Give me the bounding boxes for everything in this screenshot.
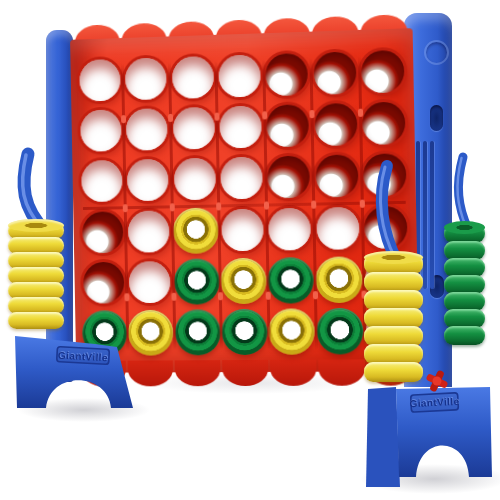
green-ring (221, 309, 268, 355)
floor-shadow (360, 464, 500, 494)
cell-r5c3 (173, 256, 221, 308)
empty-hole (314, 103, 357, 146)
cell-r4c4 (218, 204, 266, 256)
brand-emboss-right-highlight: GiantVille (410, 395, 460, 409)
cell-r5c2 (126, 256, 173, 307)
empty-hole (219, 105, 262, 148)
left-rear-post (46, 30, 73, 382)
board-edge-scallop (128, 360, 174, 386)
post-groove (430, 141, 434, 289)
green-stacked-ring (444, 326, 485, 345)
board-edge-scallop (175, 360, 221, 386)
cell-r4c3 (172, 204, 220, 256)
yellow-ring (268, 309, 315, 356)
empty-hole (221, 208, 264, 251)
cell-r6c2 (127, 307, 174, 358)
empty-hole (125, 57, 167, 100)
empty-hole (267, 156, 310, 199)
cell-r2c5 (264, 99, 313, 152)
cell-r2c1 (77, 105, 124, 157)
board-edge-scallop (270, 360, 317, 386)
post-groove (423, 141, 427, 289)
cell-r3c4 (217, 152, 265, 204)
board-edge-scallop (81, 361, 126, 387)
yellow-ring (128, 310, 174, 356)
cell-r6c5 (268, 306, 317, 358)
green-ring (82, 310, 128, 356)
yellow-ring (315, 256, 362, 303)
cell-r4c5 (266, 203, 315, 255)
cell-r3c3 (171, 153, 219, 205)
empty-hole (83, 262, 125, 304)
empty-hole (127, 159, 169, 202)
cell-r6c1 (81, 308, 128, 359)
post-oval-hole-top (430, 105, 443, 131)
empty-hole (80, 109, 122, 152)
empty-hole (315, 155, 358, 198)
stack-top-ring-face (444, 221, 485, 234)
cell-r1c1 (76, 54, 123, 106)
empty-hole (81, 160, 123, 202)
cell-r2c6 (311, 98, 360, 151)
empty-hole (361, 49, 405, 93)
cell-r2c7 (359, 97, 408, 150)
brand-plate-right (411, 393, 459, 412)
empty-hole (266, 53, 309, 96)
floor-shadow (18, 398, 150, 422)
yellow-stacked-ring (364, 362, 423, 382)
empty-hole (172, 107, 214, 150)
empty-hole (129, 261, 171, 303)
empty-hole (362, 101, 406, 145)
empty-hole (79, 59, 121, 102)
empty-hole (313, 51, 356, 95)
cell-r5c4 (219, 255, 267, 307)
green-ring (267, 257, 314, 304)
green-ring (173, 258, 219, 304)
ring-hook-rod-right-outer (458, 157, 468, 229)
green-ring (174, 310, 220, 356)
empty-hole (267, 104, 310, 147)
cell-r5c1 (80, 257, 127, 308)
cell-r1c2 (122, 52, 169, 104)
cell-r2c3 (170, 102, 218, 154)
stack-top-ring-face (8, 219, 64, 232)
cell-r3c7 (360, 149, 409, 202)
empty-hole (316, 206, 359, 249)
cell-r4c2 (125, 205, 172, 257)
post-circle-emboss (424, 40, 449, 65)
brand-emboss-right: GiantVille (409, 396, 459, 410)
product-photo-connect-four: GiantVille GiantVille GiantVille GiantVi… (0, 0, 500, 500)
empty-hole (363, 153, 407, 196)
cell-r1c3 (169, 51, 217, 104)
cell-r6c4 (220, 306, 268, 358)
yellow-stacked-ring (364, 308, 423, 328)
cell-r1c4 (216, 49, 264, 102)
yellow-ring (220, 258, 267, 305)
empty-hole (220, 157, 263, 200)
cell-r2c4 (216, 101, 264, 154)
cell-r5c6 (314, 254, 363, 306)
cell-r2c2 (123, 103, 170, 155)
cell-r6c6 (315, 305, 364, 357)
board-edge-scallop (318, 359, 365, 385)
yellow-stacked-ring (364, 326, 423, 346)
cell-r1c5 (263, 48, 312, 101)
yellow-stacked-ring (364, 272, 423, 292)
cell-r3c2 (124, 154, 171, 206)
stack-top-ring-face (364, 251, 423, 264)
cell-r4c1 (79, 206, 126, 257)
right-outer-stack (444, 221, 485, 345)
cell-r1c6 (310, 46, 359, 99)
board-grid (76, 45, 413, 359)
yellow-stacked-ring (8, 312, 64, 329)
green-ring (316, 308, 363, 355)
cell-r4c6 (313, 202, 362, 255)
empty-hole (364, 206, 408, 249)
right-front-stack (364, 251, 423, 382)
cell-r6c3 (174, 307, 222, 359)
empty-hole (128, 210, 170, 252)
yellow-stacked-ring (364, 290, 423, 310)
empty-hole (173, 158, 215, 201)
cell-r3c5 (265, 151, 314, 204)
left-front-stack (8, 219, 64, 329)
yellow-stacked-ring (364, 344, 423, 364)
empty-hole (218, 54, 261, 97)
cell-r5c5 (267, 254, 316, 306)
empty-hole (126, 108, 168, 151)
cell-r3c6 (312, 150, 361, 203)
empty-hole (82, 211, 124, 253)
cell-r3c1 (78, 155, 125, 207)
cell-r4c7 (361, 201, 410, 254)
yellow-ring (172, 207, 218, 254)
empty-hole (268, 207, 311, 250)
cell-r1c7 (358, 45, 407, 98)
empty-hole (171, 56, 213, 99)
board-edge-scallop (222, 360, 268, 386)
